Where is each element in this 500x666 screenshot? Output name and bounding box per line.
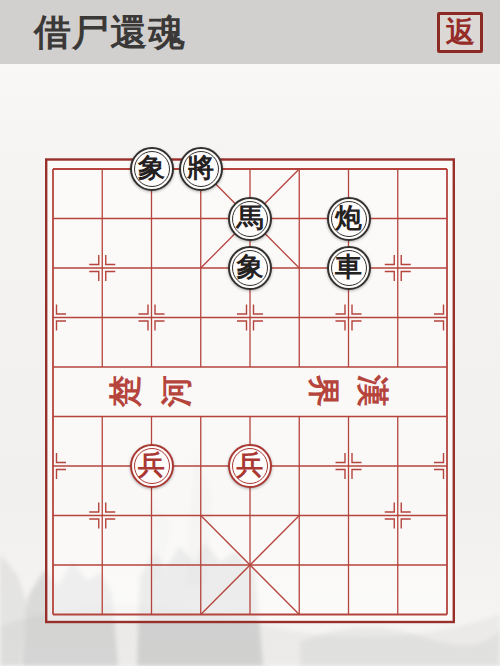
piece-red-soldier[interactable]: 兵 [130,444,174,488]
piece-glyph: 將 [187,155,214,182]
pieces-layer: 象將馬炮象車兵兵 [45,150,455,624]
piece-glyph: 象 [138,155,165,182]
piece-black-general[interactable]: 將 [179,147,223,191]
back-button[interactable]: 返 [437,12,483,53]
piece-glyph: 車 [335,254,362,281]
piece-black-chariot[interactable]: 車 [327,246,371,290]
piece-black-elephant[interactable]: 象 [130,147,174,191]
piece-glyph: 兵 [237,452,264,479]
piece-glyph: 炮 [335,205,362,232]
header: 借尸還魂 返 [0,0,500,64]
xiangqi-board: 楚 河 界 漢 象將馬炮象車兵兵 [45,150,455,624]
piece-glyph: 象 [237,254,264,281]
piece-black-elephant[interactable]: 象 [228,246,272,290]
piece-glyph: 馬 [237,205,264,232]
page-title: 借尸還魂 [34,14,186,51]
piece-glyph: 兵 [138,452,165,479]
piece-black-horse[interactable]: 馬 [228,197,272,241]
app-window: 借尸還魂 返 楚 河 界 漢 象將馬炮象車兵兵 [0,0,500,666]
piece-black-cannon[interactable]: 炮 [327,197,371,241]
piece-red-soldier[interactable]: 兵 [228,444,272,488]
